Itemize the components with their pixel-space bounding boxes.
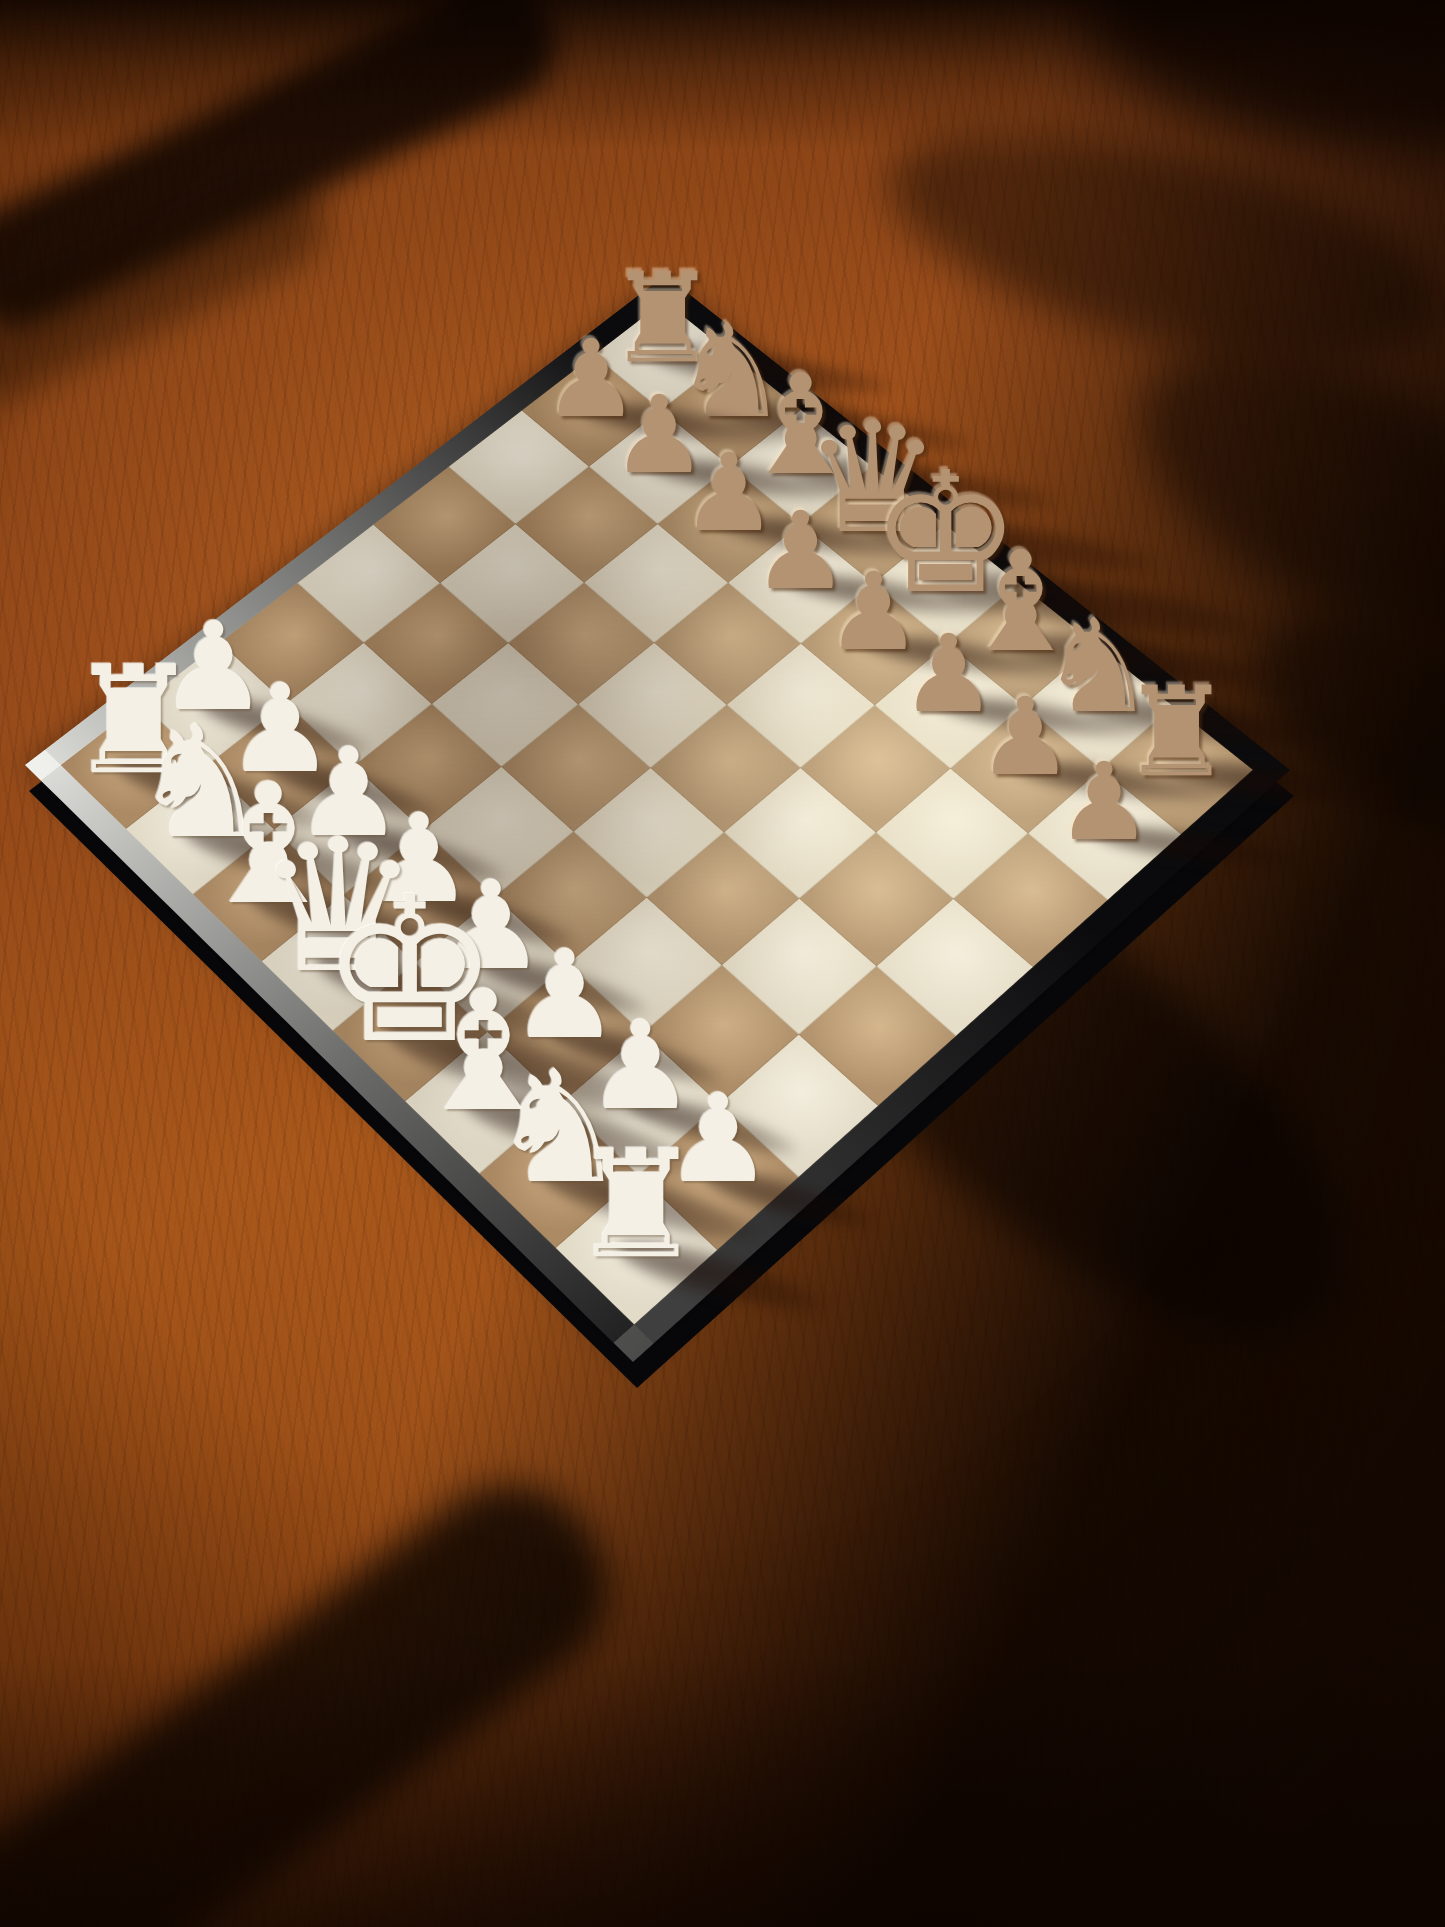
white-rook-h1[interactable]: ♜	[562, 1130, 711, 1279]
black-pawn-h7[interactable]: ♟	[1050, 748, 1157, 855]
pieces-layer: ♜♞♝♛♚♝♞♜♟♟♟♟♟♟♟♟♟♟♟♟♟♟♟♟♜♞♝♛♚♝♞♜	[0, 0, 1445, 1927]
scene: ♜♞♝♛♚♝♞♜♟♟♟♟♟♟♟♟♟♟♟♟♟♟♟♟♜♞♝♛♚♝♞♜	[0, 0, 1445, 1927]
